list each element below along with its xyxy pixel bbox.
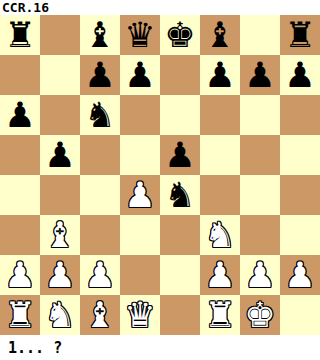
page-title: CCR.16 bbox=[0, 0, 320, 15]
white-pawn: ♟ bbox=[4, 255, 35, 295]
square-a8[interactable]: ♜ bbox=[0, 15, 40, 55]
black-pawn: ♟ bbox=[284, 55, 315, 95]
square-h3[interactable] bbox=[280, 215, 320, 255]
square-d3[interactable] bbox=[120, 215, 160, 255]
black-king: ♚ bbox=[164, 15, 195, 55]
white-pawn: ♟ bbox=[284, 255, 315, 295]
square-a1[interactable]: ♜ bbox=[0, 295, 40, 335]
square-f4[interactable] bbox=[200, 175, 240, 215]
white-pawn: ♟ bbox=[244, 255, 275, 295]
square-e7[interactable] bbox=[160, 55, 200, 95]
white-pawn: ♟ bbox=[204, 255, 235, 295]
square-d8[interactable]: ♛ bbox=[120, 15, 160, 55]
black-rook: ♜ bbox=[284, 15, 315, 55]
square-h5[interactable] bbox=[280, 135, 320, 175]
square-d4[interactable]: ♟ bbox=[120, 175, 160, 215]
square-a3[interactable] bbox=[0, 215, 40, 255]
square-b5[interactable]: ♟ bbox=[40, 135, 80, 175]
square-c8[interactable]: ♝ bbox=[80, 15, 120, 55]
black-bishop: ♝ bbox=[204, 15, 235, 55]
white-king: ♚ bbox=[244, 295, 275, 335]
white-bishop: ♝ bbox=[44, 215, 75, 255]
black-knight: ♞ bbox=[84, 95, 115, 135]
square-a4[interactable] bbox=[0, 175, 40, 215]
white-knight: ♞ bbox=[204, 215, 235, 255]
square-g4[interactable] bbox=[240, 175, 280, 215]
square-h7[interactable]: ♟ bbox=[280, 55, 320, 95]
square-f8[interactable]: ♝ bbox=[200, 15, 240, 55]
square-d1[interactable]: ♛ bbox=[120, 295, 160, 335]
square-f3[interactable]: ♞ bbox=[200, 215, 240, 255]
square-b3[interactable]: ♝ bbox=[40, 215, 80, 255]
white-pawn: ♟ bbox=[84, 255, 115, 295]
white-pawn: ♟ bbox=[124, 175, 155, 215]
white-knight: ♞ bbox=[44, 295, 75, 335]
black-pawn: ♟ bbox=[124, 55, 155, 95]
square-b4[interactable] bbox=[40, 175, 80, 215]
square-a7[interactable] bbox=[0, 55, 40, 95]
square-c4[interactable] bbox=[80, 175, 120, 215]
black-pawn: ♟ bbox=[244, 55, 275, 95]
square-f7[interactable]: ♟ bbox=[200, 55, 240, 95]
square-c5[interactable] bbox=[80, 135, 120, 175]
square-c1[interactable]: ♝ bbox=[80, 295, 120, 335]
black-pawn: ♟ bbox=[4, 95, 35, 135]
square-g2[interactable]: ♟ bbox=[240, 255, 280, 295]
square-g1[interactable]: ♚ bbox=[240, 295, 280, 335]
square-c3[interactable] bbox=[80, 215, 120, 255]
square-e4[interactable]: ♞ bbox=[160, 175, 200, 215]
square-e2[interactable] bbox=[160, 255, 200, 295]
square-g5[interactable] bbox=[240, 135, 280, 175]
square-b8[interactable] bbox=[40, 15, 80, 55]
square-h4[interactable] bbox=[280, 175, 320, 215]
black-queen: ♛ bbox=[124, 15, 155, 55]
black-rook: ♜ bbox=[4, 15, 35, 55]
square-f6[interactable] bbox=[200, 95, 240, 135]
square-f2[interactable]: ♟ bbox=[200, 255, 240, 295]
square-h6[interactable] bbox=[280, 95, 320, 135]
square-d7[interactable]: ♟ bbox=[120, 55, 160, 95]
square-c7[interactable]: ♟ bbox=[80, 55, 120, 95]
square-b2[interactable]: ♟ bbox=[40, 255, 80, 295]
black-pawn: ♟ bbox=[164, 135, 195, 175]
square-g7[interactable]: ♟ bbox=[240, 55, 280, 95]
black-knight: ♞ bbox=[164, 175, 195, 215]
black-pawn: ♟ bbox=[204, 55, 235, 95]
square-e8[interactable]: ♚ bbox=[160, 15, 200, 55]
square-b1[interactable]: ♞ bbox=[40, 295, 80, 335]
square-d6[interactable] bbox=[120, 95, 160, 135]
square-c2[interactable]: ♟ bbox=[80, 255, 120, 295]
square-d5[interactable] bbox=[120, 135, 160, 175]
square-e3[interactable] bbox=[160, 215, 200, 255]
square-h1[interactable] bbox=[280, 295, 320, 335]
white-pawn: ♟ bbox=[44, 255, 75, 295]
move-prompt: 1... ? bbox=[0, 335, 320, 360]
square-a5[interactable] bbox=[0, 135, 40, 175]
square-f5[interactable] bbox=[200, 135, 240, 175]
white-rook: ♜ bbox=[204, 295, 235, 335]
square-g8[interactable] bbox=[240, 15, 280, 55]
chess-board: ♜♝♛♚♝♜♟♟♟♟♟♟♞♟♟♟♞♝♞♟♟♟♟♟♟♜♞♝♛♜♚ bbox=[0, 15, 320, 335]
square-d2[interactable] bbox=[120, 255, 160, 295]
square-a2[interactable]: ♟ bbox=[0, 255, 40, 295]
square-e6[interactable] bbox=[160, 95, 200, 135]
black-pawn: ♟ bbox=[84, 55, 115, 95]
black-bishop: ♝ bbox=[84, 15, 115, 55]
square-g6[interactable] bbox=[240, 95, 280, 135]
square-b7[interactable] bbox=[40, 55, 80, 95]
square-c6[interactable]: ♞ bbox=[80, 95, 120, 135]
white-rook: ♜ bbox=[4, 295, 35, 335]
square-g3[interactable] bbox=[240, 215, 280, 255]
white-queen: ♛ bbox=[124, 295, 155, 335]
square-a6[interactable]: ♟ bbox=[0, 95, 40, 135]
square-h8[interactable]: ♜ bbox=[280, 15, 320, 55]
square-b6[interactable] bbox=[40, 95, 80, 135]
square-e5[interactable]: ♟ bbox=[160, 135, 200, 175]
white-bishop: ♝ bbox=[84, 295, 115, 335]
square-h2[interactable]: ♟ bbox=[280, 255, 320, 295]
square-e1[interactable] bbox=[160, 295, 200, 335]
black-pawn: ♟ bbox=[44, 135, 75, 175]
square-f1[interactable]: ♜ bbox=[200, 295, 240, 335]
